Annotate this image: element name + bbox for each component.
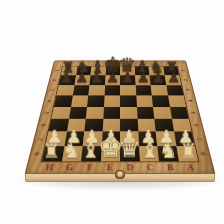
file-label: C [140, 162, 161, 173]
white-bishop: ♝ [81, 139, 101, 161]
square [87, 96, 104, 107]
chess-set-photo: ♜♞♝♚♛♝♞♜♟♟♟♟♟♟♟♟♟♟♟♟♟♟♟♟♜♞♝♚♛♝♞♜ HGFEDCB… [0, 0, 224, 224]
black-bishop: ♝ [135, 59, 150, 76]
black-knight: ♞ [76, 59, 90, 75]
square: ♟ [150, 76, 166, 86]
file-label: A [180, 162, 202, 173]
rank-label: 2 [46, 77, 63, 83]
square [49, 119, 69, 132]
square [137, 119, 156, 132]
square [69, 107, 87, 119]
white-pawn: ♟ [103, 128, 119, 146]
square [171, 119, 191, 132]
square [169, 107, 188, 119]
square [102, 119, 120, 132]
white-pawn: ♟ [177, 128, 193, 146]
square: ♝ [90, 67, 105, 76]
square [136, 107, 154, 119]
file-label: F [79, 162, 100, 173]
file-label: B [160, 162, 182, 173]
square: ♟ [83, 132, 102, 146]
square [86, 107, 104, 119]
square: ♚ [105, 67, 120, 76]
square: ♟ [64, 132, 84, 146]
square: ♞ [62, 146, 83, 161]
white-knight: ♞ [62, 140, 81, 161]
square [51, 107, 70, 119]
square: ♟ [174, 132, 195, 146]
square [104, 96, 120, 107]
square: ♞ [76, 67, 92, 76]
rank-label: 2 [177, 77, 194, 83]
white-pawn: ♟ [140, 128, 156, 146]
front-panel [25, 173, 215, 182]
black-bishop: ♝ [90, 59, 105, 76]
square: ♚ [101, 146, 120, 161]
white-pawn: ♟ [158, 128, 174, 146]
playing-grid: ♜♞♝♚♛♝♞♜♟♟♟♟♟♟♟♟♟♟♟♟♟♟♟♟♜♞♝♚♛♝♞♜ [41, 66, 200, 162]
square [135, 85, 151, 95]
chess-board: ♜♞♝♚♛♝♞♜♟♟♟♟♟♟♟♟♟♟♟♟♟♟♟♟♜♞♝♚♛♝♞♜ HGFEDCB… [24, 60, 215, 174]
square [152, 96, 170, 107]
white-pawn: ♟ [47, 128, 63, 146]
square [136, 96, 153, 107]
square: ♟ [120, 76, 135, 86]
square: ♟ [135, 76, 151, 86]
square: ♜ [176, 146, 198, 161]
square [153, 107, 171, 119]
file-label: H [38, 162, 60, 173]
rank-label: 3 [43, 87, 60, 93]
square: ♟ [120, 132, 139, 146]
rank-label: 1 [49, 68, 65, 73]
square: ♝ [81, 146, 101, 161]
rank-label: 4 [182, 98, 200, 105]
square: ♝ [134, 67, 149, 76]
rank-label: 4 [40, 98, 58, 105]
rank-label: 3 [179, 87, 196, 93]
square [151, 85, 168, 95]
square: ♟ [74, 76, 90, 86]
white-pawn: ♟ [121, 128, 137, 146]
square [154, 119, 173, 132]
square [120, 85, 136, 95]
black-knight: ♞ [150, 59, 164, 75]
square: ♟ [138, 132, 157, 146]
square [103, 107, 120, 119]
square: ♟ [105, 76, 120, 86]
white-knight: ♞ [159, 140, 178, 161]
rank-label: 1 [175, 68, 191, 73]
square [104, 85, 120, 95]
square [72, 85, 89, 95]
square: ♟ [89, 76, 105, 86]
white-pawn: ♟ [84, 128, 100, 146]
white-pawn: ♟ [65, 128, 81, 146]
square: ♞ [157, 146, 178, 161]
square: ♝ [139, 146, 159, 161]
square [66, 119, 85, 132]
square [120, 119, 138, 132]
square [120, 107, 137, 119]
clasp-icon [115, 170, 125, 179]
square [88, 85, 104, 95]
square: ♛ [120, 146, 139, 161]
square: ♞ [149, 67, 165, 76]
square [84, 119, 103, 132]
perspective-wrap: ♜♞♝♚♛♝♞♜♟♟♟♟♟♟♟♟♟♟♟♟♟♟♟♟♜♞♝♚♛♝♞♜ HGFEDCB… [0, 0, 224, 224]
square [120, 96, 136, 107]
file-label: G [59, 162, 81, 173]
white-bishop: ♝ [139, 139, 159, 161]
square: ♟ [101, 132, 120, 146]
square: ♟ [156, 132, 176, 146]
square [71, 96, 89, 107]
square: ♛ [120, 67, 135, 76]
